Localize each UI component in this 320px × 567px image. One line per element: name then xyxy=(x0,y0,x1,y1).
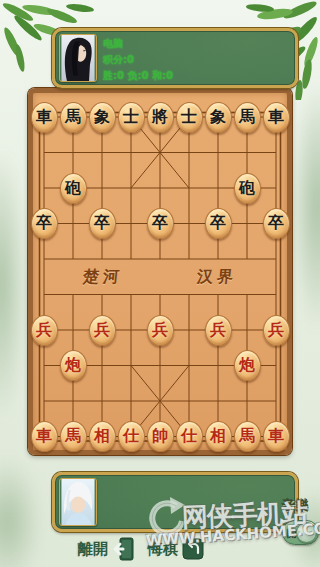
piece-卒-black[interactable]: 卒 xyxy=(205,208,232,239)
piece-馬-red[interactable]: 馬 xyxy=(60,421,87,452)
piece-兵-red[interactable]: 兵 xyxy=(31,315,58,346)
piece-相-red[interactable]: 相 xyxy=(89,421,116,452)
piece-卒-black[interactable]: 卒 xyxy=(147,208,174,239)
sound-toggle-knob xyxy=(296,522,317,543)
sound-label: 音樂 xyxy=(282,497,319,515)
opponent-stat-2: 胜:0 负:0 和:0 xyxy=(103,68,287,84)
undo-arrow-icon xyxy=(181,536,205,562)
piece-車-black[interactable]: 車 xyxy=(263,102,290,133)
piece-卒-black[interactable]: 卒 xyxy=(31,208,58,239)
piece-炮-red[interactable]: 炮 xyxy=(60,350,87,381)
piece-將-black[interactable]: 將 xyxy=(147,102,174,133)
piece-相-red[interactable]: 相 xyxy=(205,421,232,452)
piece-馬-black[interactable]: 馬 xyxy=(234,102,261,133)
piece-車-red[interactable]: 車 xyxy=(31,421,58,452)
piece-兵-red[interactable]: 兵 xyxy=(89,315,116,346)
piece-士-black[interactable]: 士 xyxy=(176,102,203,133)
exit-door-icon xyxy=(111,536,135,562)
piece-帥-red[interactable]: 帥 xyxy=(147,421,174,452)
sound-toggle[interactable]: 開 xyxy=(282,520,319,545)
piece-仕-red[interactable]: 仕 xyxy=(176,421,203,452)
player-avatar[interactable] xyxy=(59,478,97,526)
piece-砲-black[interactable]: 砲 xyxy=(60,173,87,204)
board-grid xyxy=(33,93,287,450)
piece-仕-red[interactable]: 仕 xyxy=(118,421,145,452)
piece-卒-black[interactable]: 卒 xyxy=(89,208,116,239)
player-panel xyxy=(52,472,298,532)
piece-卒-black[interactable]: 卒 xyxy=(263,208,290,239)
piece-馬-red[interactable]: 馬 xyxy=(234,421,261,452)
opponent-name: 电脑 xyxy=(103,36,287,52)
piece-兵-red[interactable]: 兵 xyxy=(147,315,174,346)
undo-button[interactable]: 悔棋 xyxy=(148,535,205,563)
leave-button-label: 離開 xyxy=(78,540,108,559)
piece-炮-red[interactable]: 炮 xyxy=(234,350,261,381)
piece-車-black[interactable]: 車 xyxy=(31,102,58,133)
sound-control: 音樂 開 xyxy=(282,497,319,545)
bamboo-wash-left xyxy=(0,150,26,420)
opponent-stat-1: 积分:0 xyxy=(103,52,287,68)
piece-象-black[interactable]: 象 xyxy=(89,102,116,133)
piece-車-red[interactable]: 車 xyxy=(263,421,290,452)
piece-馬-black[interactable]: 馬 xyxy=(60,102,87,133)
piece-象-black[interactable]: 象 xyxy=(205,102,232,133)
xiangqi-board[interactable]: 楚河 汉界 車馬象士將士象馬車砲砲卒卒卒卒卒兵兵兵兵兵炮炮車馬相仕帥仕相馬車 xyxy=(28,88,292,455)
leave-button[interactable]: 離開 xyxy=(78,535,135,563)
opponent-panel: 电脑 积分:0 胜:0 负:0 和:0 xyxy=(52,28,298,88)
piece-砲-black[interactable]: 砲 xyxy=(234,173,261,204)
undo-button-label: 悔棋 xyxy=(148,540,178,559)
bamboo-wash-right xyxy=(292,80,320,330)
bamboo-wash-bottom-left xyxy=(0,457,42,567)
piece-兵-red[interactable]: 兵 xyxy=(205,315,232,346)
piece-士-black[interactable]: 士 xyxy=(118,102,145,133)
piece-兵-red[interactable]: 兵 xyxy=(263,315,290,346)
opponent-avatar[interactable] xyxy=(59,34,97,82)
